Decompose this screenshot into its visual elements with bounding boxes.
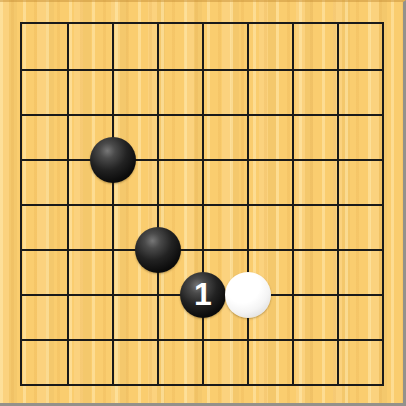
board-cell xyxy=(157,114,202,159)
board-cell xyxy=(157,159,202,204)
board-grid xyxy=(20,22,384,386)
board-cell xyxy=(292,24,337,69)
board-cell xyxy=(112,24,157,69)
board-cell xyxy=(157,69,202,114)
board-cell xyxy=(292,249,337,294)
board-cell xyxy=(337,24,382,69)
board-cell xyxy=(22,249,67,294)
black-stone-e3[interactable]: 1 xyxy=(180,272,226,318)
board-cell xyxy=(112,294,157,339)
board-cell xyxy=(112,339,157,384)
board-cell xyxy=(247,69,292,114)
black-stone-c6[interactable] xyxy=(90,137,136,183)
board-cell xyxy=(247,159,292,204)
board-cell xyxy=(337,69,382,114)
board-cell xyxy=(247,24,292,69)
board-cell xyxy=(337,204,382,249)
board-cell xyxy=(67,249,112,294)
board-cell xyxy=(292,339,337,384)
board-cell xyxy=(22,294,67,339)
board-cell xyxy=(67,24,112,69)
board-cell xyxy=(337,159,382,204)
board-cell xyxy=(337,249,382,294)
board-cell xyxy=(112,69,157,114)
board-cell xyxy=(292,159,337,204)
board-cell xyxy=(67,69,112,114)
board-cell xyxy=(202,204,247,249)
board-cell xyxy=(337,114,382,159)
board-cell xyxy=(202,159,247,204)
board-cell xyxy=(337,294,382,339)
board-cell xyxy=(22,24,67,69)
board-cell xyxy=(202,339,247,384)
go-board[interactable]: 1 xyxy=(0,0,406,406)
board-cell xyxy=(247,339,292,384)
black-stone-d4[interactable] xyxy=(135,227,181,273)
board-cell xyxy=(22,339,67,384)
board-cell xyxy=(292,204,337,249)
board-cell xyxy=(292,294,337,339)
board-cell xyxy=(67,204,112,249)
board-cell xyxy=(292,114,337,159)
move-number-label: 1 xyxy=(194,278,212,310)
board-cell xyxy=(157,339,202,384)
board-cell xyxy=(22,159,67,204)
board-cell xyxy=(337,339,382,384)
board-cell xyxy=(157,24,202,69)
board-cell xyxy=(202,24,247,69)
board-cell xyxy=(67,294,112,339)
board-cell xyxy=(292,69,337,114)
board-cell xyxy=(22,114,67,159)
board-cell xyxy=(22,69,67,114)
white-stone-f3[interactable] xyxy=(225,272,271,318)
board-cell xyxy=(67,339,112,384)
board-cell xyxy=(202,69,247,114)
board-cell xyxy=(247,114,292,159)
board-cell xyxy=(247,204,292,249)
board-cell xyxy=(22,204,67,249)
board-cell xyxy=(202,114,247,159)
